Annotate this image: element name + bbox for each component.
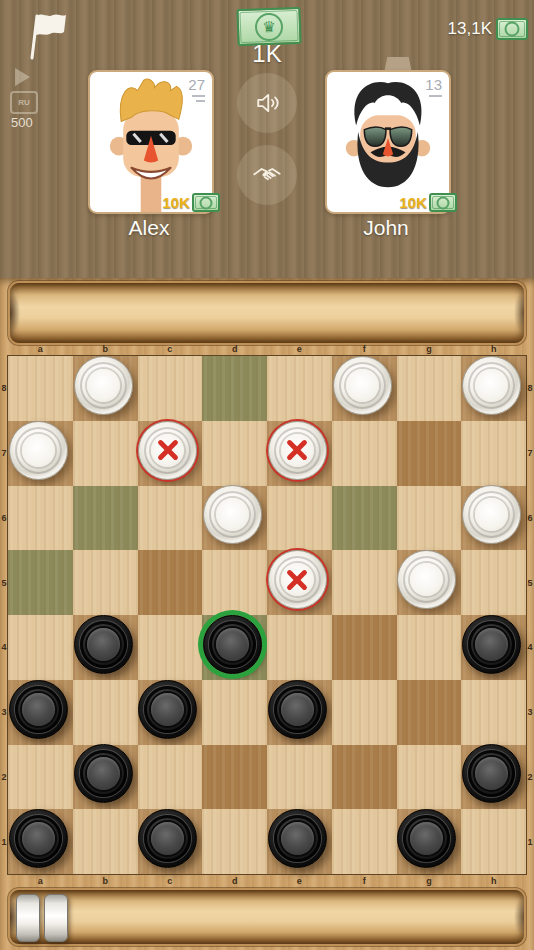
- board-section: abcdefgh 87654321 87654321 abcdefgh: [0, 278, 534, 950]
- rank-label-1: 1: [0, 809, 8, 874]
- balance: 13,1K: [448, 18, 528, 40]
- cash-bill-icon: [429, 193, 457, 212]
- file-label-e: e: [267, 344, 332, 355]
- square-e1[interactable]: [267, 809, 332, 874]
- match-header: RU 500 ♛ 1K 13,1K 27: [0, 0, 534, 280]
- draw-offer-button[interactable]: [237, 145, 297, 205]
- alex-face-image: [90, 72, 212, 212]
- piece-white-h8[interactable]: [462, 356, 521, 415]
- captured-white-piece: [44, 894, 68, 942]
- square-b1[interactable]: [73, 809, 138, 874]
- avatar-alex[interactable]: 27 10K: [88, 70, 214, 214]
- captured-black-tray: [10, 283, 524, 343]
- square-g5[interactable]: [397, 550, 462, 615]
- file-labels-bottom: abcdefgh: [8, 876, 526, 887]
- piece-black-h4[interactable]: [462, 615, 521, 674]
- square-a8[interactable]: [8, 356, 73, 421]
- square-b5[interactable]: [73, 550, 138, 615]
- square-e4[interactable]: [267, 615, 332, 680]
- square-c2[interactable]: [138, 745, 203, 810]
- crown-icon: ♛: [238, 9, 299, 44]
- square-a3[interactable]: [8, 680, 73, 745]
- rank-label-5: 5: [526, 550, 534, 615]
- rank-label-7: 7: [526, 421, 534, 486]
- file-label-a: a: [8, 876, 73, 887]
- square-b8[interactable]: [73, 356, 138, 421]
- square-c8[interactable]: [138, 356, 203, 421]
- file-label-h: h: [461, 876, 526, 887]
- piece-white-e7[interactable]: [268, 421, 327, 480]
- square-a4[interactable]: [8, 615, 73, 680]
- play-icon[interactable]: [15, 68, 30, 86]
- player-name-alex: Alex: [88, 216, 210, 240]
- square-b2[interactable]: [73, 745, 138, 810]
- square-b6[interactable]: [73, 486, 138, 551]
- ru-badge[interactable]: RU: [10, 91, 38, 114]
- file-label-d: d: [202, 876, 267, 887]
- square-h7[interactable]: [461, 421, 526, 486]
- file-label-g: g: [397, 344, 462, 355]
- square-f6[interactable]: [332, 486, 397, 551]
- square-h8[interactable]: [461, 356, 526, 421]
- square-d8[interactable]: [202, 356, 267, 421]
- square-c5[interactable]: [138, 550, 203, 615]
- stake-alex: 10K: [162, 193, 220, 212]
- square-d1[interactable]: [202, 809, 267, 874]
- pot-amount: 1K: [217, 40, 317, 68]
- piece-black-d4[interactable]: [203, 615, 262, 674]
- square-g1[interactable]: [397, 809, 462, 874]
- square-c1[interactable]: [138, 809, 203, 874]
- cash-bill-icon: [496, 18, 528, 40]
- checkers-app-screen: RU 500 ♛ 1K 13,1K 27: [0, 0, 534, 950]
- piece-white-c7[interactable]: [138, 421, 197, 480]
- piece-black-a1[interactable]: [9, 809, 68, 868]
- move-counter: 500: [11, 115, 33, 130]
- square-a1[interactable]: [8, 809, 73, 874]
- file-label-g: g: [397, 876, 462, 887]
- square-e6[interactable]: [267, 486, 332, 551]
- square-d4[interactable]: [202, 615, 267, 680]
- rank-label-8: 8: [0, 356, 8, 421]
- captured-white-tray: [10, 890, 524, 944]
- piece-white-g5[interactable]: [397, 550, 456, 609]
- handshake-icon: [251, 159, 283, 191]
- rank-label-2: 2: [526, 745, 534, 810]
- file-label-b: b: [73, 344, 138, 355]
- piece-black-e1[interactable]: [268, 809, 327, 868]
- piece-white-e5[interactable]: [268, 550, 327, 609]
- piece-white-d6[interactable]: [203, 485, 262, 544]
- square-e3[interactable]: [267, 680, 332, 745]
- square-c3[interactable]: [138, 680, 203, 745]
- file-label-f: f: [332, 344, 397, 355]
- cash-bill-icon: [192, 193, 220, 212]
- square-h6[interactable]: [461, 486, 526, 551]
- speaker-icon: [252, 88, 282, 118]
- rank-label-5: 5: [0, 550, 8, 615]
- file-label-h: h: [461, 344, 526, 355]
- captured-white-piece: [16, 894, 40, 942]
- square-g3[interactable]: [397, 680, 462, 745]
- piece-white-h6[interactable]: [462, 485, 521, 544]
- sound-button[interactable]: [237, 73, 297, 133]
- stake-john: 10K: [399, 193, 457, 212]
- file-label-c: c: [138, 344, 203, 355]
- square-c7[interactable]: [138, 421, 203, 486]
- rank-label-7: 7: [0, 421, 8, 486]
- square-f3[interactable]: [332, 680, 397, 745]
- rank-label-1: 1: [526, 809, 534, 874]
- rank-labels-left: 87654321: [0, 356, 8, 874]
- piece-white-b8[interactable]: [74, 356, 133, 415]
- piece-black-h2[interactable]: [462, 744, 521, 803]
- square-g2[interactable]: [397, 745, 462, 810]
- square-g6[interactable]: [397, 486, 462, 551]
- board: [8, 356, 526, 874]
- rank-label-8: 8: [526, 356, 534, 421]
- square-g8[interactable]: [397, 356, 462, 421]
- rank-label-6: 6: [526, 486, 534, 551]
- square-f7[interactable]: [332, 421, 397, 486]
- square-f4[interactable]: [332, 615, 397, 680]
- file-label-e: e: [267, 876, 332, 887]
- rank-label-4: 4: [0, 615, 8, 680]
- rank-labels-right: 87654321: [526, 356, 534, 874]
- square-c4[interactable]: [138, 615, 203, 680]
- piece-black-b4[interactable]: [74, 615, 133, 674]
- square-h5[interactable]: [461, 550, 526, 615]
- square-b3[interactable]: [73, 680, 138, 745]
- square-a7[interactable]: [8, 421, 73, 486]
- square-a6[interactable]: [8, 486, 73, 551]
- rank-label-3: 3: [0, 680, 8, 745]
- file-label-b: b: [73, 876, 138, 887]
- piece-white-f8[interactable]: [333, 356, 392, 415]
- balance-amount: 13,1K: [448, 19, 492, 39]
- piece-black-c3[interactable]: [138, 680, 197, 739]
- square-d2[interactable]: [202, 745, 267, 810]
- file-label-f: f: [332, 876, 397, 887]
- square-f8[interactable]: [332, 356, 397, 421]
- file-label-d: d: [202, 344, 267, 355]
- square-e5[interactable]: [267, 550, 332, 615]
- square-b7[interactable]: [73, 421, 138, 486]
- piece-black-c1[interactable]: [138, 809, 197, 868]
- piece-black-a3[interactable]: [9, 680, 68, 739]
- file-labels-top: abcdefgh: [8, 344, 526, 355]
- rank-label-3: 3: [526, 680, 534, 745]
- square-a2[interactable]: [8, 745, 73, 810]
- square-f1[interactable]: [332, 809, 397, 874]
- piece-white-a7[interactable]: [9, 421, 68, 480]
- square-g4[interactable]: [397, 615, 462, 680]
- john-face-image: [327, 72, 449, 212]
- square-f5[interactable]: [332, 550, 397, 615]
- piece-black-e3[interactable]: [268, 680, 327, 739]
- avatar-john[interactable]: 13 10K: [325, 70, 451, 214]
- surrender-flag-icon[interactable]: [20, 10, 68, 60]
- square-h1[interactable]: [461, 809, 526, 874]
- square-h3[interactable]: [461, 680, 526, 745]
- square-g7[interactable]: [397, 421, 462, 486]
- square-h4[interactable]: [461, 615, 526, 680]
- square-c6[interactable]: [138, 486, 203, 551]
- piece-black-g1[interactable]: [397, 809, 456, 868]
- square-d3[interactable]: [202, 680, 267, 745]
- square-h2[interactable]: [461, 745, 526, 810]
- piece-black-b2[interactable]: [74, 744, 133, 803]
- file-label-a: a: [8, 344, 73, 355]
- rank-label-2: 2: [0, 745, 8, 810]
- rank-label-6: 6: [0, 486, 8, 551]
- square-e7[interactable]: [267, 421, 332, 486]
- square-d7[interactable]: [202, 421, 267, 486]
- square-b4[interactable]: [73, 615, 138, 680]
- square-a5[interactable]: [8, 550, 73, 615]
- square-d5[interactable]: [202, 550, 267, 615]
- file-label-c: c: [138, 876, 203, 887]
- rank-label-4: 4: [526, 615, 534, 680]
- square-e2[interactable]: [267, 745, 332, 810]
- player-name-john: John: [325, 216, 447, 240]
- square-d6[interactable]: [202, 486, 267, 551]
- square-f2[interactable]: [332, 745, 397, 810]
- square-e8[interactable]: [267, 356, 332, 421]
